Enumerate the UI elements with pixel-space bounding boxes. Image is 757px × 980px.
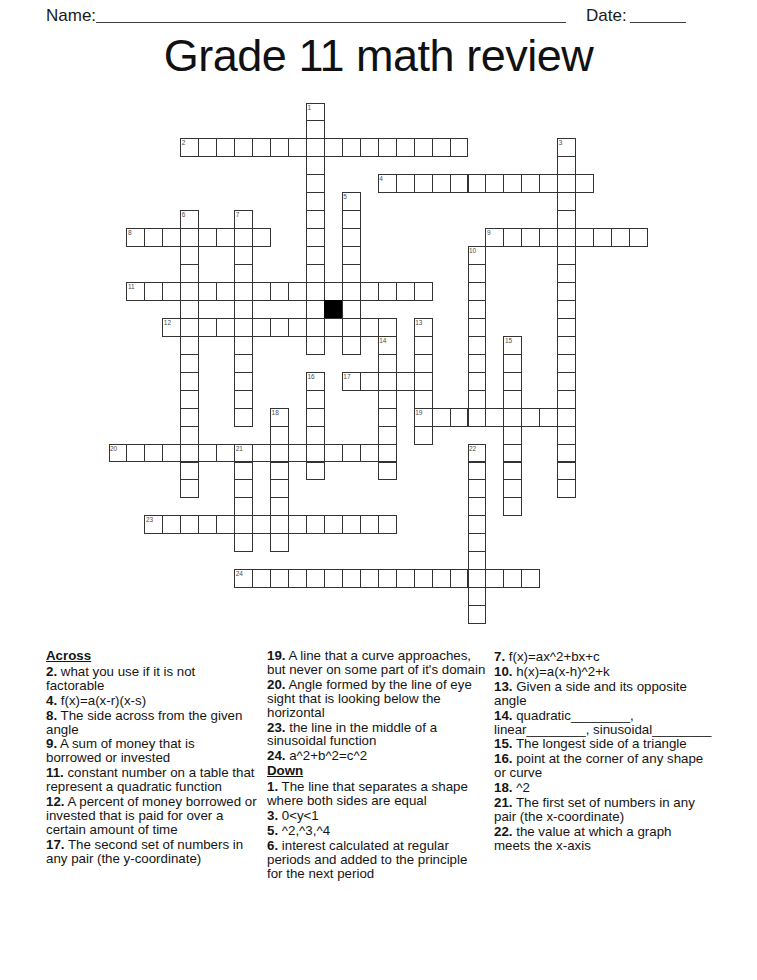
grid-cell[interactable] [468, 354, 487, 373]
grid-cell[interactable] [503, 372, 522, 391]
grid-cell[interactable] [557, 479, 576, 498]
grid-cell[interactable] [360, 569, 379, 588]
grid-cell[interactable] [109, 444, 128, 463]
grid-cell[interactable] [414, 569, 433, 588]
grid-cell[interactable] [162, 318, 181, 337]
grid-cell[interactable] [414, 372, 433, 391]
grid-cell[interactable] [288, 444, 307, 463]
grid-cell[interactable] [378, 318, 397, 337]
grid-cell[interactable] [270, 408, 289, 427]
grid-cell[interactable] [503, 569, 522, 588]
grid-cell[interactable] [432, 174, 451, 193]
grid-cell[interactable] [557, 390, 576, 409]
grid-cell[interactable] [468, 515, 487, 534]
grid-cell[interactable] [503, 174, 522, 193]
grid-cell[interactable] [162, 282, 181, 301]
grid-cell[interactable] [252, 138, 271, 157]
grid-cell[interactable] [216, 282, 235, 301]
grid-cell[interactable] [180, 138, 199, 157]
grid-cell[interactable] [468, 605, 487, 624]
crossword-grid: 123456789101112131415161718192021222324 [109, 103, 649, 625]
grid-cell[interactable] [539, 228, 558, 247]
grid-cell[interactable] [216, 228, 235, 247]
grid-cell[interactable] [503, 444, 522, 463]
grid-cell[interactable] [378, 462, 397, 481]
grid-cell[interactable] [342, 246, 361, 265]
grid-cell[interactable] [468, 497, 487, 516]
grid-cell[interactable] [342, 138, 361, 157]
grid-cell[interactable] [162, 444, 181, 463]
clue-8: 8. The side across from the given angle [46, 709, 288, 737]
grid-cell[interactable] [180, 318, 199, 337]
grid-cell[interactable] [180, 444, 199, 463]
grid-cell[interactable] [378, 444, 397, 463]
grid-cell[interactable] [126, 444, 145, 463]
grid-cell[interactable] [450, 408, 469, 427]
clue-13: 13. Given a side and its opposite angle [494, 680, 736, 708]
grid-cell[interactable] [378, 372, 397, 391]
grid-cell[interactable] [324, 515, 343, 534]
grid-cell[interactable] [180, 264, 199, 283]
grid-cell[interactable] [468, 282, 487, 301]
grid-cell[interactable] [557, 336, 576, 355]
grid-cell[interactable] [198, 318, 217, 337]
grid-cell[interactable] [468, 462, 487, 481]
grid-cell[interactable] [414, 354, 433, 373]
grid-cell[interactable] [378, 390, 397, 409]
grid-cell[interactable] [557, 462, 576, 481]
grid-cell[interactable] [306, 120, 325, 139]
clues-column-down: 7. f(x)=ax^2+bx+c10. h(x)=a(x-h)^2+k13. … [494, 650, 736, 854]
page-title: Grade 11 math review [0, 30, 757, 82]
grid-cell[interactable] [521, 569, 540, 588]
grid-cell[interactable] [288, 515, 307, 534]
grid-cell[interactable] [324, 444, 343, 463]
clue-2: 2. what you use if it is not factorable [46, 665, 288, 693]
clue-5: 5. ^2,^3,^4 [267, 824, 509, 838]
grid-cell[interactable] [288, 138, 307, 157]
grid-cell[interactable] [306, 569, 325, 588]
grid-cell[interactable] [342, 444, 361, 463]
grid-cell[interactable] [557, 174, 576, 193]
grid-cell[interactable] [270, 426, 289, 445]
grid-cell[interactable] [306, 390, 325, 409]
grid-cell[interactable] [288, 318, 307, 337]
grid-cell[interactable] [324, 138, 343, 157]
grid-cell[interactable] [306, 426, 325, 445]
grid-cell[interactable] [468, 533, 487, 552]
grid-cell[interactable] [378, 354, 397, 373]
grid-cell[interactable] [342, 282, 361, 301]
grid-cell[interactable] [306, 156, 325, 175]
grid-cell[interactable] [306, 300, 325, 319]
grid-cell[interactable] [234, 246, 253, 265]
grid-cell[interactable] [468, 336, 487, 355]
grid-cell[interactable] [414, 390, 433, 409]
grid-cell[interactable] [503, 408, 522, 427]
grid-cell[interactable] [306, 318, 325, 337]
grid-cell[interactable] [468, 569, 487, 588]
grid-cell[interactable] [432, 138, 451, 157]
grid-cell[interactable] [342, 515, 361, 534]
clue-11: 11. constant number on a table that repr… [46, 766, 288, 794]
grid-cell[interactable] [575, 228, 594, 247]
grid-cell[interactable] [180, 515, 199, 534]
grid-cell[interactable] [378, 282, 397, 301]
grid-cell[interactable] [450, 138, 469, 157]
clue-14: 14. quadratic________, linear________, s… [494, 709, 736, 737]
grid-cell[interactable] [144, 228, 163, 247]
clue-22: 22. the value at which a graph meets the… [494, 825, 736, 853]
grid-cell[interactable] [468, 479, 487, 498]
grid-cell[interactable] [306, 192, 325, 211]
grid-cell[interactable] [252, 228, 271, 247]
grid-cell[interactable] [503, 390, 522, 409]
grid-cell[interactable] [306, 103, 325, 122]
grid-cell[interactable] [324, 282, 343, 301]
grid-cell[interactable] [342, 318, 361, 337]
grid-cell[interactable] [432, 569, 451, 588]
grid-cell[interactable] [468, 444, 487, 463]
grid-cell[interactable] [306, 264, 325, 283]
clue-23: 23. the line in the middle of a sinusoid… [267, 721, 509, 749]
grid-cell[interactable] [234, 462, 253, 481]
grid-cell[interactable] [468, 246, 487, 265]
grid-cell[interactable] [468, 264, 487, 283]
grid-cell[interactable] [270, 569, 289, 588]
grid-cell[interactable] [162, 515, 181, 534]
grid-cell[interactable] [342, 336, 361, 355]
name-label: Name: [46, 6, 96, 26]
grid-cell[interactable] [503, 426, 522, 445]
grid-cell[interactable] [270, 479, 289, 498]
grid-cell[interactable] [234, 569, 253, 588]
grid-cell[interactable] [180, 426, 199, 445]
grid-cell[interactable] [306, 174, 325, 193]
grid-cell[interactable] [306, 138, 325, 157]
across-header: Across [46, 649, 288, 663]
grid-cell[interactable] [485, 569, 504, 588]
clue-7: 7. f(x)=ax^2+bx+c [494, 650, 736, 664]
date-blank-line [630, 8, 686, 23]
grid-cell[interactable] [126, 228, 145, 247]
grid-cell[interactable] [360, 372, 379, 391]
grid-cell[interactable] [342, 210, 361, 229]
grid-cell[interactable] [180, 408, 199, 427]
grid-cell[interactable] [557, 426, 576, 445]
grid-cell[interactable] [270, 282, 289, 301]
clue-9: 9. A sum of money that is borrowed or in… [46, 737, 288, 765]
grid-cell[interactable] [252, 444, 271, 463]
down-header: Down [267, 764, 509, 778]
grid-cell[interactable] [180, 228, 199, 247]
grid-cell[interactable] [252, 515, 271, 534]
grid-cell[interactable] [306, 246, 325, 265]
grid-cell[interactable] [180, 479, 199, 498]
grid-cell[interactable] [378, 426, 397, 445]
grid-cell[interactable] [378, 336, 397, 355]
grid-cell[interactable] [252, 569, 271, 588]
grid-cell[interactable] [539, 174, 558, 193]
grid-cell[interactable] [396, 174, 415, 193]
grid-cell[interactable] [557, 264, 576, 283]
grid-cell[interactable] [198, 515, 217, 534]
grid-cell[interactable] [360, 318, 379, 337]
clues-column-middle: 19. A line that a curve approaches, but … [267, 649, 509, 882]
grid-cell[interactable] [252, 282, 271, 301]
grid-cell[interactable] [306, 210, 325, 229]
clue-18: 18. ^2 [494, 781, 736, 795]
grid-cell[interactable] [360, 282, 379, 301]
clue-16: 16. point at the corner of any shape or … [494, 752, 736, 780]
grid-cell[interactable] [414, 318, 433, 337]
clue-19: 19. A line that a curve approaches, but … [267, 649, 509, 677]
grid-cell[interactable] [521, 174, 540, 193]
grid-cell[interactable] [234, 497, 253, 516]
grid-cell[interactable] [198, 138, 217, 157]
grid-cell[interactable] [378, 138, 397, 157]
grid-cell[interactable] [180, 372, 199, 391]
grid-cell[interactable] [306, 515, 325, 534]
grid-cell[interactable] [557, 408, 576, 427]
grid-cell[interactable] [270, 318, 289, 337]
grid-cell[interactable] [414, 336, 433, 355]
grid-cell[interactable] [575, 174, 594, 193]
grid-cell[interactable] [432, 408, 451, 427]
grid-cell[interactable] [270, 497, 289, 516]
grid-cell[interactable] [557, 228, 576, 247]
grid-cell[interactable] [270, 533, 289, 552]
grid-cell[interactable] [216, 138, 235, 157]
clue-20: 20. Angle formed by the line of eye sigh… [267, 678, 509, 720]
grid-cell[interactable] [180, 282, 199, 301]
grid-cell[interactable] [468, 390, 487, 409]
grid-cell[interactable] [234, 228, 253, 247]
grid-cell[interactable] [234, 318, 253, 337]
grid-cell[interactable] [503, 228, 522, 247]
grid-cell[interactable] [414, 408, 433, 427]
grid-cell[interactable] [162, 228, 181, 247]
grid-cell[interactable] [306, 444, 325, 463]
grid-cell[interactable] [593, 228, 612, 247]
grid-cell[interactable] [288, 282, 307, 301]
grid-cell[interactable] [144, 515, 163, 534]
clue-15: 15. The longest side of a triangle [494, 737, 736, 751]
grid-cell[interactable] [144, 444, 163, 463]
grid-cell[interactable] [234, 354, 253, 373]
grid-cell[interactable] [144, 282, 163, 301]
grid-cell[interactable] [306, 228, 325, 247]
grid-cell[interactable] [270, 462, 289, 481]
grid-cell[interactable] [557, 210, 576, 229]
grid-cell[interactable] [216, 318, 235, 337]
grid-cell[interactable] [396, 138, 415, 157]
grid-cell[interactable] [180, 210, 199, 229]
grid-cell[interactable] [468, 318, 487, 337]
grid-cell[interactable] [234, 372, 253, 391]
grid-cell[interactable] [234, 300, 253, 319]
grid-cell[interactable] [557, 354, 576, 373]
grid-cell[interactable] [306, 336, 325, 355]
grid-cell[interactable] [288, 569, 307, 588]
grid-cell[interactable] [234, 479, 253, 498]
grid-cell[interactable] [198, 228, 217, 247]
grid-cell[interactable] [485, 228, 504, 247]
grid-cell[interactable] [270, 138, 289, 157]
grid-cell[interactable] [468, 551, 487, 570]
clue-17: 17. The second set of numbers in any pai… [46, 838, 288, 866]
grid-cell[interactable] [629, 228, 648, 247]
grid-cell[interactable] [234, 444, 253, 463]
grid-cell[interactable] [557, 192, 576, 211]
grid-cell[interactable] [342, 300, 361, 319]
grid-cell[interactable] [414, 174, 433, 193]
grid-cell[interactable] [557, 282, 576, 301]
clue-6: 6. interest calculated at regular period… [267, 839, 509, 881]
clues-column-across: Across2. what you use if it is not facto… [46, 649, 288, 867]
grid-cell[interactable] [342, 569, 361, 588]
grid-cell[interactable] [324, 318, 343, 337]
clue-12: 12. A percent of money borrowed or inves… [46, 795, 288, 837]
grid-cell[interactable] [180, 300, 199, 319]
clue-3: 3. 0<y<1 [267, 809, 509, 823]
grid-cell[interactable] [360, 138, 379, 157]
grid-cell[interactable] [234, 336, 253, 355]
clue-10: 10. h(x)=a(x-h)^2+k [494, 665, 736, 679]
grid-cell[interactable] [198, 444, 217, 463]
grid-cell[interactable] [126, 282, 145, 301]
grid-cell[interactable] [468, 174, 487, 193]
grid-cell[interactable] [270, 444, 289, 463]
grid-cell[interactable] [180, 336, 199, 355]
grid-cell[interactable] [468, 587, 487, 606]
grid-cell[interactable] [216, 444, 235, 463]
grid-cell[interactable] [396, 372, 415, 391]
grid-cell[interactable] [503, 462, 522, 481]
grid-cell[interactable] [306, 372, 325, 391]
grid-cell[interactable] [503, 497, 522, 516]
grid-cell[interactable] [557, 318, 576, 337]
worksheet-page: Name: Date: Grade 11 math review 1234567… [0, 0, 757, 980]
grid-cell[interactable] [342, 264, 361, 283]
grid-cell[interactable] [234, 515, 253, 534]
grid-cell[interactable] [414, 426, 433, 445]
grid-cell[interactable] [198, 282, 217, 301]
grid-cell[interactable] [216, 515, 235, 534]
grid-cell[interactable] [180, 354, 199, 373]
grid-cell[interactable] [234, 533, 253, 552]
black-cell [324, 300, 343, 319]
grid-cell[interactable] [557, 138, 576, 157]
grid-cell[interactable] [342, 372, 361, 391]
grid-cell[interactable] [557, 300, 576, 319]
grid-cell[interactable] [180, 462, 199, 481]
grid-cell[interactable] [539, 408, 558, 427]
grid-cell[interactable] [360, 515, 379, 534]
grid-cell[interactable] [306, 462, 325, 481]
grid-cell[interactable] [503, 336, 522, 355]
grid-cell[interactable] [557, 246, 576, 265]
grid-cell[interactable] [396, 569, 415, 588]
grid-cell[interactable] [378, 174, 397, 193]
grid-cell[interactable] [324, 569, 343, 588]
grid-cell[interactable] [450, 174, 469, 193]
grid-cell[interactable] [342, 192, 361, 211]
grid-cell[interactable] [414, 282, 433, 301]
clue-1: 1. The line that separates a shape where… [267, 780, 509, 808]
grid-cell[interactable] [521, 408, 540, 427]
grid-cell[interactable] [234, 138, 253, 157]
name-blank-line [96, 8, 566, 23]
grid-cell[interactable] [611, 228, 630, 247]
grid-cell[interactable] [503, 479, 522, 498]
grid-cell[interactable] [414, 138, 433, 157]
grid-cell[interactable] [503, 354, 522, 373]
grid-cell[interactable] [557, 444, 576, 463]
grid-cell[interactable] [342, 228, 361, 247]
grid-cell[interactable] [306, 282, 325, 301]
grid-cell[interactable] [468, 408, 487, 427]
clue-21: 21. The first set of numbers in any pair… [494, 796, 736, 824]
grid-cell[interactable] [234, 264, 253, 283]
grid-cell[interactable] [468, 300, 487, 319]
grid-cell[interactable] [521, 228, 540, 247]
grid-cell[interactable] [234, 282, 253, 301]
grid-cell[interactable] [378, 408, 397, 427]
grid-cell[interactable] [252, 318, 271, 337]
date-label: Date: [586, 6, 627, 26]
grid-cell[interactable] [450, 569, 469, 588]
grid-cell[interactable] [557, 372, 576, 391]
grid-cell[interactable] [485, 174, 504, 193]
grid-cell[interactable] [557, 156, 576, 175]
grid-cell[interactable] [378, 515, 397, 534]
grid-cell[interactable] [234, 210, 253, 229]
grid-cell[interactable] [234, 390, 253, 409]
grid-cell[interactable] [306, 408, 325, 427]
grid-cell[interactable] [270, 515, 289, 534]
grid-cell[interactable] [234, 408, 253, 427]
clue-24: 24. a^2+b^2=c^2 [267, 749, 509, 763]
grid-cell[interactable] [180, 246, 199, 265]
grid-cell[interactable] [396, 282, 415, 301]
clue-4: 4. f(x)=a(x-r)(x-s) [46, 694, 288, 708]
grid-cell[interactable] [378, 569, 397, 588]
grid-cell[interactable] [468, 372, 487, 391]
grid-cell[interactable] [180, 390, 199, 409]
grid-cell[interactable] [485, 408, 504, 427]
grid-cell[interactable] [360, 444, 379, 463]
